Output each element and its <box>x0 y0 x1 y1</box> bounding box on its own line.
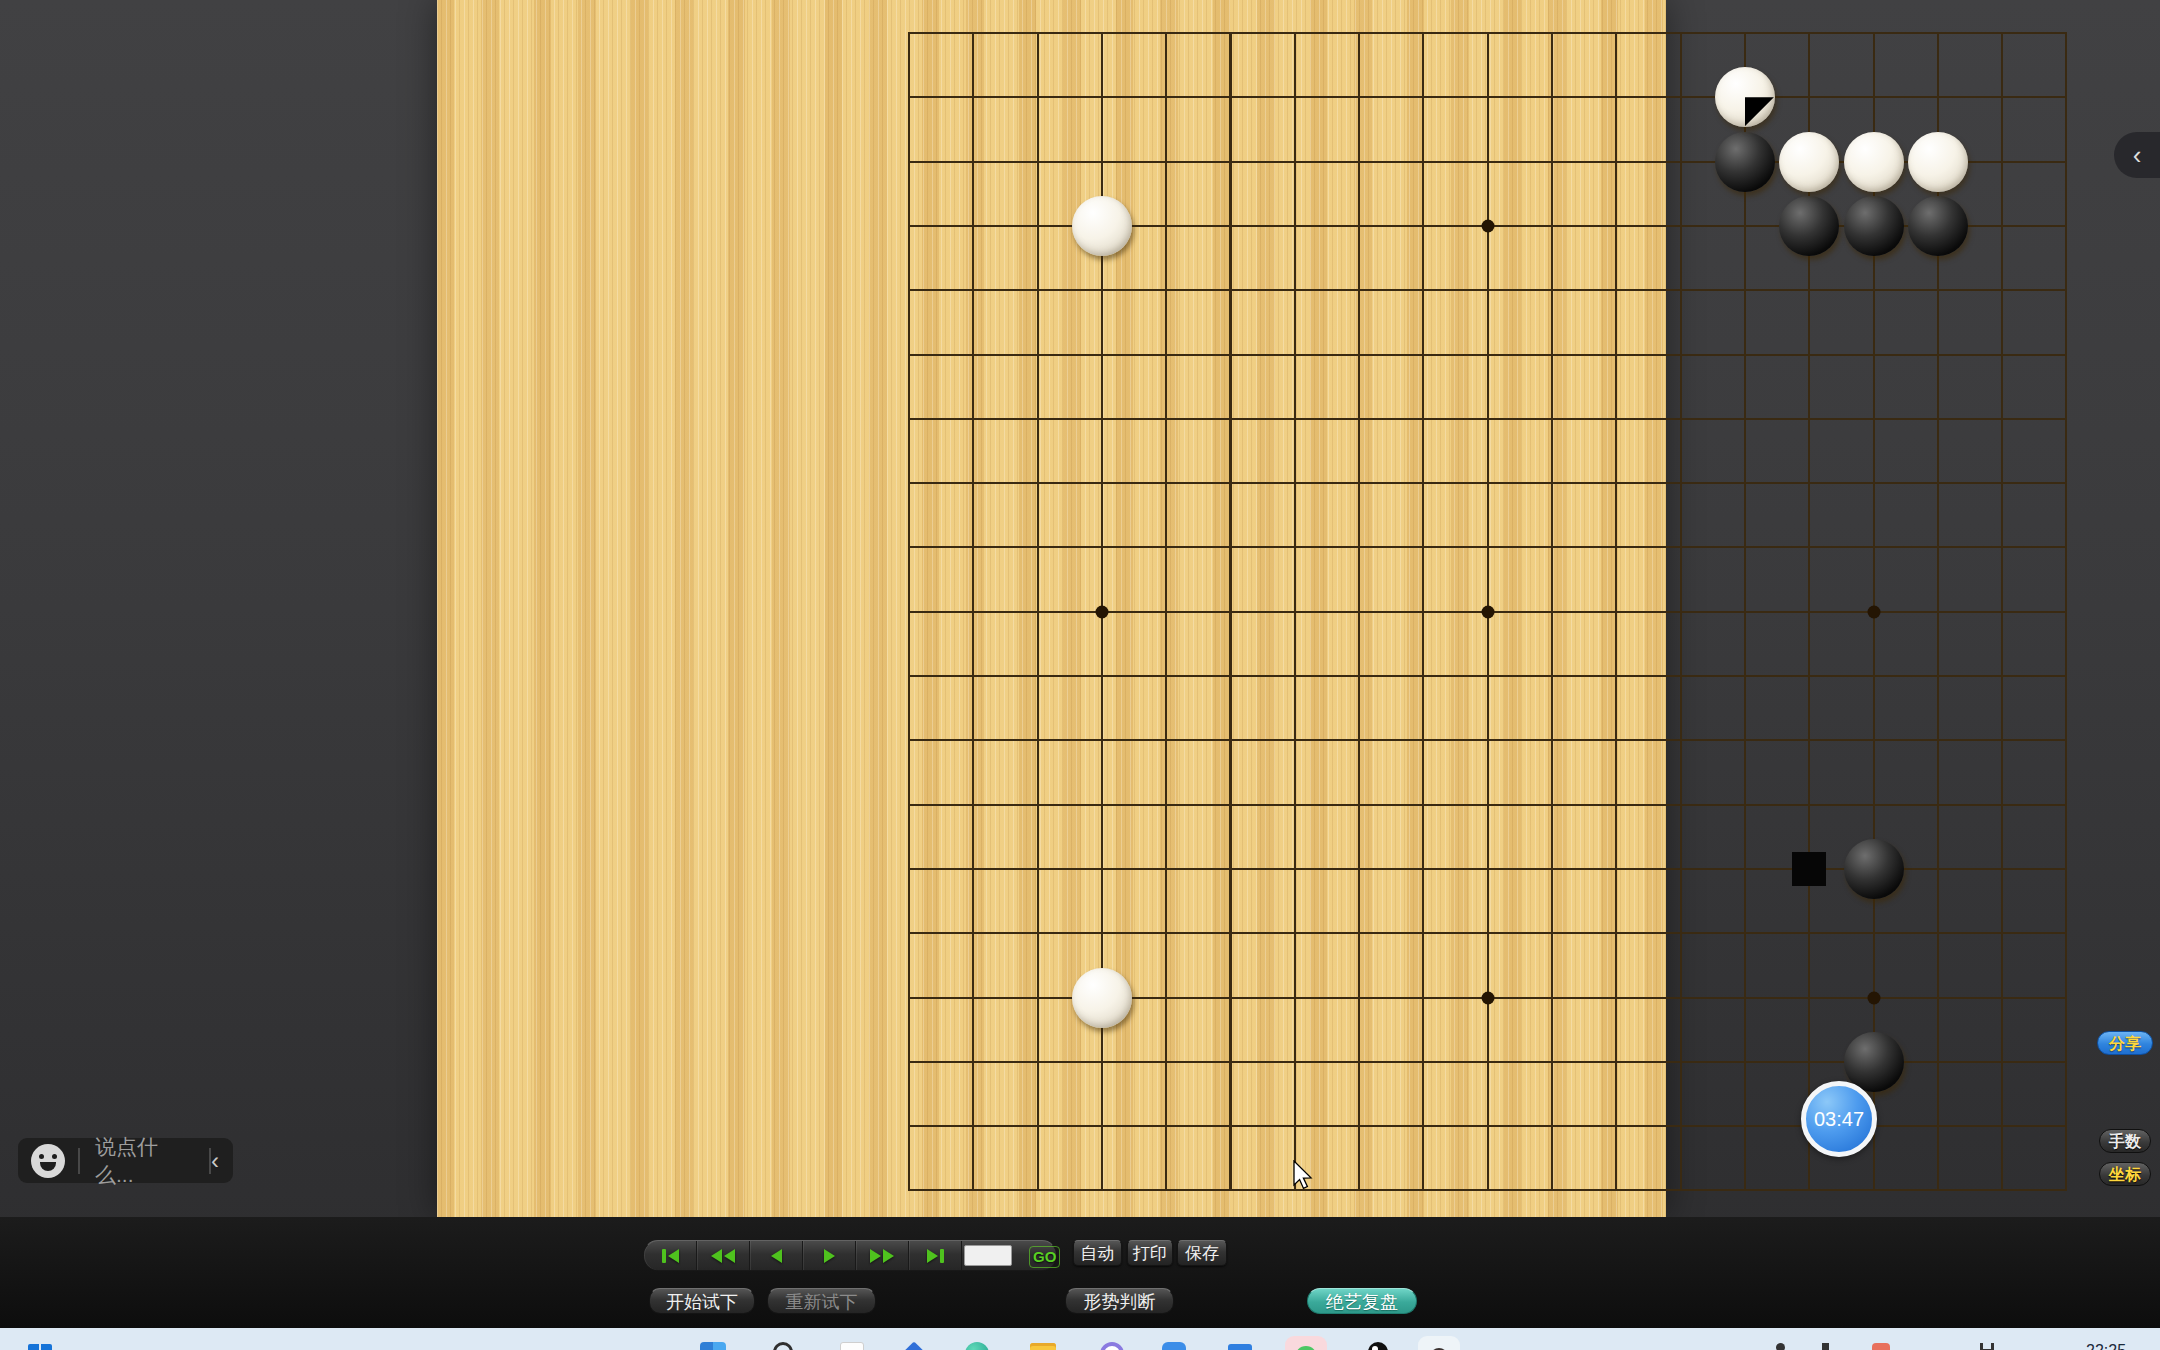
light-tile-app-icon[interactable] <box>1418 1336 1460 1350</box>
step-back-button[interactable] <box>750 1241 803 1270</box>
ime-indicator-icon[interactable] <box>1980 1343 1994 1350</box>
black-circle-app-icon[interactable] <box>1368 1342 1388 1350</box>
fast-forward-button[interactable] <box>856 1241 909 1270</box>
windows-taskbar: 22:25 <box>0 1328 2160 1350</box>
restart-trial-button[interactable]: 重新试下 <box>767 1288 876 1314</box>
fast-rewind-button[interactable] <box>697 1241 750 1270</box>
go-board-grid[interactable] <box>908 32 2067 1191</box>
move-navigation-strip: GO <box>643 1240 1057 1271</box>
save-button[interactable]: 保存 <box>1177 1240 1227 1266</box>
stone-black-Q6[interactable] <box>1844 839 1904 899</box>
stone-white-Q17[interactable] <box>1844 132 1904 192</box>
star-point-K16 <box>1481 219 1494 232</box>
start-trial-button[interactable]: 开始试下 <box>649 1288 755 1314</box>
blue-rect-app-icon[interactable] <box>1228 1344 1252 1350</box>
stone-black-P16[interactable] <box>1779 196 1839 256</box>
print-button[interactable]: 打印 <box>1127 1240 1173 1266</box>
ai-review-button[interactable]: 绝艺复盘 <box>1307 1288 1417 1314</box>
teal-circle-app-icon[interactable] <box>965 1342 989 1350</box>
divider <box>78 1148 80 1174</box>
stone-white-D16[interactable] <box>1072 196 1132 256</box>
move-count-toggle-button[interactable]: 手数 <box>2099 1129 2151 1153</box>
windows-logo-icon[interactable] <box>28 1344 52 1350</box>
taskbar-clock[interactable]: 22:25 <box>2086 1342 2126 1350</box>
share-button[interactable]: 分享 <box>2097 1031 2153 1055</box>
star-point-Q4 <box>1867 991 1880 1004</box>
pink-tile-app-icon[interactable] <box>1285 1336 1327 1350</box>
star-point-Q10 <box>1867 605 1880 618</box>
purple-ring-app-icon[interactable] <box>1100 1342 1124 1350</box>
chat-input-bar[interactable]: 说点什么... ‹ <box>18 1138 233 1183</box>
file-explorer-icon[interactable] <box>1030 1343 1056 1350</box>
document-app-icon[interactable] <box>840 1342 864 1350</box>
tray-icon[interactable] <box>1776 1343 1785 1350</box>
emoji-icon[interactable] <box>31 1144 65 1178</box>
position-judge-button[interactable]: 形势判断 <box>1065 1288 1174 1314</box>
star-point-K4 <box>1481 991 1494 1004</box>
game-timer: 03:47 <box>1801 1081 1877 1157</box>
step-forward-button[interactable] <box>803 1241 856 1270</box>
paper-plane-app-icon[interactable] <box>1162 1342 1186 1350</box>
auto-play-button[interactable]: 自动 <box>1073 1240 1122 1266</box>
chat-placeholder[interactable]: 说点什么... <box>95 1133 196 1189</box>
blue-diamond-app-icon[interactable] <box>901 1341 926 1350</box>
search-icon[interactable] <box>773 1342 793 1350</box>
stone-black-R16[interactable] <box>1908 196 1968 256</box>
star-point-K10 <box>1481 605 1494 618</box>
star-point-D10 <box>1095 605 1108 618</box>
stone-white-R17[interactable] <box>1908 132 1968 192</box>
stone-black-O17[interactable] <box>1715 132 1775 192</box>
triangle-marker-O18 <box>1745 97 1774 126</box>
stone-white-O18[interactable] <box>1715 67 1775 127</box>
move-number-input[interactable] <box>964 1245 1012 1266</box>
side-panel-collapse-button[interactable]: ‹ <box>2114 132 2160 178</box>
tray-icon[interactable] <box>1822 1343 1829 1350</box>
stone-white-D4[interactable] <box>1072 968 1132 1028</box>
chat-collapse-icon[interactable]: ‹ <box>211 1147 219 1175</box>
square-marker-P6 <box>1792 852 1826 886</box>
first-move-button[interactable] <box>644 1241 697 1270</box>
last-move-button[interactable] <box>909 1241 962 1270</box>
mouse-cursor <box>1293 1160 1319 1194</box>
start-button-icon[interactable] <box>700 1342 726 1350</box>
go-board-panel <box>437 0 1666 1217</box>
chevron-left-icon: ‹ <box>2133 140 2142 171</box>
stone-white-P17[interactable] <box>1779 132 1839 192</box>
coordinates-toggle-button[interactable]: 坐标 <box>2099 1162 2151 1186</box>
stone-black-Q16[interactable] <box>1844 196 1904 256</box>
timer-value: 03:47 <box>1814 1108 1864 1131</box>
go-button[interactable]: GO <box>1029 1246 1060 1268</box>
tray-red-icon[interactable] <box>1872 1343 1890 1350</box>
